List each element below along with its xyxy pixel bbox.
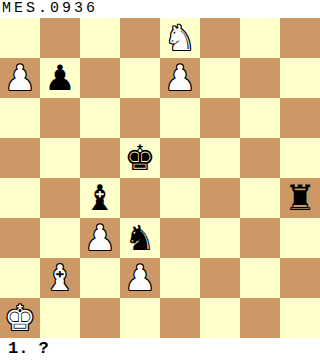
square-f4[interactable]	[200, 178, 240, 218]
square-f6[interactable]	[200, 98, 240, 138]
puzzle-title: MES.0936	[0, 0, 320, 18]
square-g6[interactable]	[240, 98, 280, 138]
square-h5[interactable]	[280, 138, 320, 178]
square-a8[interactable]	[0, 18, 40, 58]
square-d6[interactable]	[120, 98, 160, 138]
square-g7[interactable]	[240, 58, 280, 98]
chess-puzzle-window: MES.0936 ♞♟♟♟♚♝♜♟♞♝♟♚ 1. ?	[0, 0, 320, 360]
square-h7[interactable]	[280, 58, 320, 98]
square-a7[interactable]: ♟	[0, 58, 40, 98]
square-b5[interactable]	[40, 138, 80, 178]
square-f1[interactable]	[200, 298, 240, 338]
black-pawn-b7[interactable]: ♟	[40, 58, 80, 98]
square-c3[interactable]: ♟	[80, 218, 120, 258]
square-c1[interactable]	[80, 298, 120, 338]
square-c5[interactable]	[80, 138, 120, 178]
square-b1[interactable]	[40, 298, 80, 338]
square-e7[interactable]: ♟	[160, 58, 200, 98]
white-pawn-e7[interactable]: ♟	[160, 58, 200, 98]
square-d2[interactable]: ♟	[120, 258, 160, 298]
square-b3[interactable]	[40, 218, 80, 258]
square-f7[interactable]	[200, 58, 240, 98]
square-a3[interactable]	[0, 218, 40, 258]
white-bishop-b2[interactable]: ♝	[40, 258, 80, 298]
square-c8[interactable]	[80, 18, 120, 58]
square-d1[interactable]	[120, 298, 160, 338]
square-d3[interactable]: ♞	[120, 218, 160, 258]
square-e6[interactable]	[160, 98, 200, 138]
square-b7[interactable]: ♟	[40, 58, 80, 98]
square-c6[interactable]	[80, 98, 120, 138]
square-e2[interactable]	[160, 258, 200, 298]
square-a1[interactable]: ♚	[0, 298, 40, 338]
square-c2[interactable]	[80, 258, 120, 298]
white-pawn-d2[interactable]: ♟	[120, 258, 160, 298]
square-g2[interactable]	[240, 258, 280, 298]
square-a2[interactable]	[0, 258, 40, 298]
square-a4[interactable]	[0, 178, 40, 218]
square-g1[interactable]	[240, 298, 280, 338]
square-h2[interactable]	[280, 258, 320, 298]
square-f2[interactable]	[200, 258, 240, 298]
square-f5[interactable]	[200, 138, 240, 178]
square-c7[interactable]	[80, 58, 120, 98]
square-e5[interactable]	[160, 138, 200, 178]
square-h3[interactable]	[280, 218, 320, 258]
square-g5[interactable]	[240, 138, 280, 178]
square-g4[interactable]	[240, 178, 280, 218]
square-h6[interactable]	[280, 98, 320, 138]
square-b2[interactable]: ♝	[40, 258, 80, 298]
white-pawn-a7[interactable]: ♟	[0, 58, 40, 98]
black-knight-d3[interactable]: ♞	[120, 218, 160, 258]
white-king-a1[interactable]: ♚	[0, 298, 40, 338]
square-h1[interactable]	[280, 298, 320, 338]
square-b4[interactable]	[40, 178, 80, 218]
square-h4[interactable]: ♜	[280, 178, 320, 218]
black-king-d5[interactable]: ♚	[120, 138, 160, 178]
square-g8[interactable]	[240, 18, 280, 58]
square-e4[interactable]	[160, 178, 200, 218]
square-e3[interactable]	[160, 218, 200, 258]
square-g3[interactable]	[240, 218, 280, 258]
square-b8[interactable]	[40, 18, 80, 58]
move-prompt: 1. ?	[0, 338, 320, 360]
square-f3[interactable]	[200, 218, 240, 258]
square-d5[interactable]: ♚	[120, 138, 160, 178]
square-d8[interactable]	[120, 18, 160, 58]
square-a5[interactable]	[0, 138, 40, 178]
square-e1[interactable]	[160, 298, 200, 338]
square-a6[interactable]	[0, 98, 40, 138]
white-knight-e8[interactable]: ♞	[160, 18, 200, 58]
square-b6[interactable]	[40, 98, 80, 138]
square-e8[interactable]: ♞	[160, 18, 200, 58]
white-pawn-c3[interactable]: ♟	[80, 218, 120, 258]
black-rook-h4[interactable]: ♜	[280, 178, 320, 218]
chess-board: ♞♟♟♟♚♝♜♟♞♝♟♚	[0, 18, 320, 338]
square-d4[interactable]	[120, 178, 160, 218]
square-h8[interactable]	[280, 18, 320, 58]
square-d7[interactable]	[120, 58, 160, 98]
black-bishop-c4[interactable]: ♝	[80, 178, 120, 218]
square-f8[interactable]	[200, 18, 240, 58]
square-c4[interactable]: ♝	[80, 178, 120, 218]
